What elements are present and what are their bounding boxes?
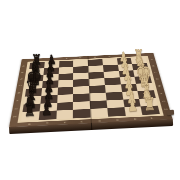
white-pawn: ♟ — [125, 98, 140, 114]
coord-label: G — [14, 106, 19, 111]
coord-label: D — [18, 84, 22, 88]
coord-label: F — [159, 91, 164, 95]
white-rook: ♜ — [142, 96, 157, 114]
coord-label: E — [157, 84, 162, 88]
coord-label: C — [19, 77, 23, 81]
square-a3 — [107, 107, 125, 116]
coord-label: G — [161, 99, 166, 104]
square-a4 — [90, 108, 108, 117]
coord-label: H — [12, 114, 17, 119]
coord-label: C — [153, 70, 158, 74]
chess-set-photo: 87654321 87654321 ABCDEFGH ABCDEFGH ♜♞♝♛… — [0, 0, 180, 180]
coord-label: B — [151, 64, 156, 68]
coord-label: D — [155, 77, 160, 81]
square-a5 — [73, 109, 90, 118]
coord-label: F — [15, 98, 20, 102]
coord-label: E — [17, 91, 22, 95]
fold-seam-face — [91, 123, 92, 130]
square-a6 — [56, 110, 73, 119]
black-rook: ♜ — [22, 102, 37, 120]
brass-clasp — [167, 110, 174, 115]
black-pawn: ♟ — [40, 102, 55, 118]
